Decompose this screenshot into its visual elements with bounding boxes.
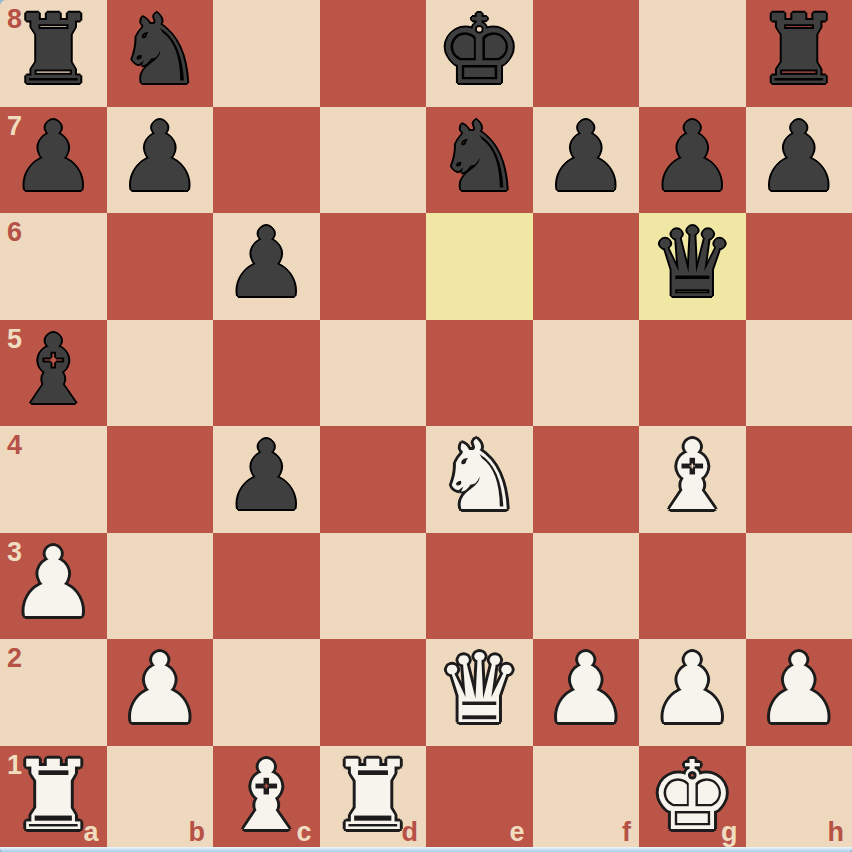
square-c5[interactable] [213, 320, 320, 427]
square-f7[interactable]: ♟ [533, 107, 640, 214]
square-f4[interactable] [533, 426, 640, 533]
piece-black-king-e8[interactable]: ♚ [436, 0, 522, 103]
piece-white-pawn-f2[interactable]: ♟ [543, 636, 629, 742]
square-c4[interactable]: ♟ [213, 426, 320, 533]
square-h5[interactable] [746, 320, 852, 427]
piece-white-pawn-b2[interactable]: ♟ [117, 636, 203, 742]
square-b4[interactable] [107, 426, 214, 533]
square-e8[interactable]: ♚ [426, 0, 533, 107]
square-f8[interactable] [533, 0, 640, 107]
square-a2[interactable] [0, 639, 107, 746]
square-e1[interactable] [426, 746, 533, 852]
piece-black-pawn-h7[interactable]: ♟ [756, 104, 842, 210]
piece-white-bishop-c1[interactable]: ♝ [223, 743, 309, 849]
piece-white-bishop-g4[interactable]: ♝ [649, 423, 735, 529]
square-a8[interactable]: ♜ [0, 0, 107, 107]
piece-white-pawn-g2[interactable]: ♟ [649, 636, 735, 742]
square-a4[interactable] [0, 426, 107, 533]
square-c2[interactable] [213, 639, 320, 746]
square-h1[interactable] [746, 746, 852, 852]
square-d2[interactable] [320, 639, 427, 746]
square-f5[interactable] [533, 320, 640, 427]
piece-black-pawn-c4[interactable]: ♟ [223, 423, 309, 529]
square-d1[interactable]: ♜ [320, 746, 427, 852]
piece-white-pawn-h2[interactable]: ♟ [756, 636, 842, 742]
square-b6[interactable] [107, 213, 214, 320]
square-e2[interactable]: ♛ [426, 639, 533, 746]
square-f3[interactable] [533, 533, 640, 640]
square-a1[interactable]: ♜ [0, 746, 107, 852]
square-g1[interactable]: ♚ [639, 746, 746, 852]
square-h2[interactable]: ♟ [746, 639, 852, 746]
piece-black-pawn-g7[interactable]: ♟ [649, 104, 735, 210]
piece-white-queen-e2[interactable]: ♛ [436, 636, 522, 742]
square-b1[interactable] [107, 746, 214, 852]
piece-white-rook-d1[interactable]: ♜ [330, 743, 416, 849]
square-g6[interactable]: ♛ [639, 213, 746, 320]
square-g3[interactable] [639, 533, 746, 640]
square-e7[interactable]: ♞ [426, 107, 533, 214]
square-g7[interactable]: ♟ [639, 107, 746, 214]
square-c8[interactable] [213, 0, 320, 107]
square-b5[interactable] [107, 320, 214, 427]
piece-white-knight-e4[interactable]: ♞ [436, 423, 522, 529]
square-e3[interactable] [426, 533, 533, 640]
square-d3[interactable] [320, 533, 427, 640]
piece-black-pawn-b7[interactable]: ♟ [117, 104, 203, 210]
square-e6[interactable] [426, 213, 533, 320]
square-f2[interactable]: ♟ [533, 639, 640, 746]
square-e4[interactable]: ♞ [426, 426, 533, 533]
chess-board: ♜♞♚♜♟♟♞♟♟♟♟♛♝♟♞♝♟♟♛♟♟♟♜♝♜♚ [0, 0, 852, 852]
square-h7[interactable]: ♟ [746, 107, 852, 214]
piece-black-knight-b8[interactable]: ♞ [117, 0, 203, 103]
square-d4[interactable] [320, 426, 427, 533]
piece-black-pawn-f7[interactable]: ♟ [543, 104, 629, 210]
square-h8[interactable]: ♜ [746, 0, 852, 107]
square-e5[interactable] [426, 320, 533, 427]
square-d5[interactable] [320, 320, 427, 427]
square-c3[interactable] [213, 533, 320, 640]
square-g5[interactable] [639, 320, 746, 427]
square-h6[interactable] [746, 213, 852, 320]
square-a6[interactable] [0, 213, 107, 320]
square-c1[interactable]: ♝ [213, 746, 320, 852]
square-c6[interactable]: ♟ [213, 213, 320, 320]
piece-white-pawn-a3[interactable]: ♟ [10, 530, 96, 636]
square-g4[interactable]: ♝ [639, 426, 746, 533]
square-a7[interactable]: ♟ [0, 107, 107, 214]
square-h3[interactable] [746, 533, 852, 640]
square-d7[interactable] [320, 107, 427, 214]
chess-board-stage: ♜♞♚♜♟♟♞♟♟♟♟♛♝♟♞♝♟♟♛♟♟♟♜♝♜♚ 87654321abcde… [0, 0, 852, 852]
square-h4[interactable] [746, 426, 852, 533]
piece-black-rook-h8[interactable]: ♜ [756, 0, 842, 103]
square-b7[interactable]: ♟ [107, 107, 214, 214]
square-b8[interactable]: ♞ [107, 0, 214, 107]
square-c7[interactable] [213, 107, 320, 214]
square-f6[interactable] [533, 213, 640, 320]
square-a5[interactable]: ♝ [0, 320, 107, 427]
square-g2[interactable]: ♟ [639, 639, 746, 746]
piece-black-pawn-c6[interactable]: ♟ [223, 210, 309, 316]
piece-black-queen-g6[interactable]: ♛ [649, 210, 735, 316]
piece-white-rook-a1[interactable]: ♜ [10, 743, 96, 849]
square-a3[interactable]: ♟ [0, 533, 107, 640]
page-edge-strip [0, 847, 852, 852]
square-f1[interactable] [533, 746, 640, 852]
piece-black-rook-a8[interactable]: ♜ [10, 0, 96, 103]
piece-white-king-g1[interactable]: ♚ [649, 743, 735, 849]
square-d8[interactable] [320, 0, 427, 107]
square-d6[interactable] [320, 213, 427, 320]
square-b2[interactable]: ♟ [107, 639, 214, 746]
square-g8[interactable] [639, 0, 746, 107]
piece-black-pawn-a7[interactable]: ♟ [10, 104, 96, 210]
square-b3[interactable] [107, 533, 214, 640]
piece-black-bishop-a5[interactable]: ♝ [10, 317, 96, 423]
piece-black-knight-e7[interactable]: ♞ [436, 104, 522, 210]
